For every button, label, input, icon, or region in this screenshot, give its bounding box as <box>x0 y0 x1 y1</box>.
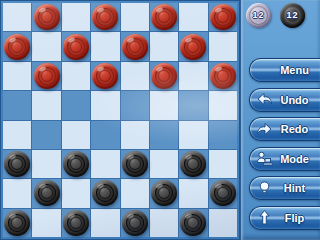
hint-button-label: Hint <box>273 182 320 194</box>
square-r3c7[interactable] <box>179 62 207 90</box>
button-stack: Menu Undo Redo <box>241 58 320 230</box>
square-r7c3[interactable] <box>62 179 90 207</box>
square-r1c3[interactable] <box>62 3 90 31</box>
square-r4c4[interactable] <box>91 91 119 119</box>
square-r6c4[interactable] <box>91 150 119 178</box>
square-r4c8[interactable] <box>209 91 237 119</box>
square-r5c5[interactable] <box>121 121 149 149</box>
square-r3c3[interactable] <box>62 62 90 90</box>
black-piece[interactable] <box>92 180 118 206</box>
square-r3c6[interactable] <box>150 62 178 90</box>
red-piece[interactable] <box>180 34 206 60</box>
square-r8c4[interactable] <box>91 209 119 237</box>
piece-counters: 12 12 <box>246 3 320 28</box>
square-r8c2[interactable] <box>32 209 60 237</box>
black-piece[interactable] <box>4 210 30 236</box>
square-r2c1[interactable] <box>3 32 31 60</box>
square-r5c6[interactable] <box>150 121 178 149</box>
square-r1c2[interactable] <box>32 3 60 31</box>
square-r6c2[interactable] <box>32 150 60 178</box>
square-r8c7[interactable] <box>179 209 207 237</box>
square-r4c2[interactable] <box>32 91 60 119</box>
flip-button-label: Flip <box>273 212 320 224</box>
square-r1c7[interactable] <box>179 3 207 31</box>
hint-button[interactable]: Hint <box>249 176 320 200</box>
square-r7c2[interactable] <box>32 179 60 207</box>
square-r8c3[interactable] <box>62 209 90 237</box>
square-r7c6[interactable] <box>150 179 178 207</box>
square-r6c1[interactable] <box>3 150 31 178</box>
square-r1c1[interactable] <box>3 3 31 31</box>
red-piece[interactable] <box>210 63 236 89</box>
player-vs-computer-icon <box>256 150 273 167</box>
square-r2c6[interactable] <box>150 32 178 60</box>
checkers-app: 12 12 Menu Undo <box>0 0 320 240</box>
redo-button-label: Redo <box>273 123 320 135</box>
square-r3c8[interactable] <box>209 62 237 90</box>
lightbulb-icon <box>256 180 273 197</box>
black-piece[interactable] <box>63 151 89 177</box>
red-piece[interactable] <box>34 63 60 89</box>
square-r2c7[interactable] <box>179 32 207 60</box>
square-r6c3[interactable] <box>62 150 90 178</box>
square-r6c7[interactable] <box>179 150 207 178</box>
square-r4c3[interactable] <box>62 91 90 119</box>
red-piece[interactable] <box>151 63 177 89</box>
black-piece[interactable] <box>63 210 89 236</box>
undo-button[interactable]: Undo <box>249 88 320 112</box>
up-arrow-icon <box>256 209 273 226</box>
red-piece[interactable] <box>122 34 148 60</box>
red-piece[interactable] <box>210 4 236 30</box>
square-r5c2[interactable] <box>32 121 60 149</box>
square-r8c5[interactable] <box>121 209 149 237</box>
black-counter-value: 12 <box>280 3 305 28</box>
square-r3c5[interactable] <box>121 62 149 90</box>
square-r6c8[interactable] <box>209 150 237 178</box>
square-r3c1[interactable] <box>3 62 31 90</box>
square-r4c7[interactable] <box>179 91 207 119</box>
black-piece[interactable] <box>34 180 60 206</box>
menu-icon-spacer <box>256 62 273 79</box>
square-r8c1[interactable] <box>3 209 31 237</box>
square-r7c1[interactable] <box>3 179 31 207</box>
square-r2c3[interactable] <box>62 32 90 60</box>
square-r2c2[interactable] <box>32 32 60 60</box>
board-frame <box>0 0 240 240</box>
square-r2c5[interactable] <box>121 32 149 60</box>
square-r3c4[interactable] <box>91 62 119 90</box>
menu-button[interactable]: Menu <box>249 58 320 82</box>
undo-arrow-icon <box>256 91 273 108</box>
redo-button[interactable]: Redo <box>249 117 320 141</box>
square-r1c5[interactable] <box>121 3 149 31</box>
square-r6c5[interactable] <box>121 150 149 178</box>
mode-button-label: Mode <box>273 153 320 165</box>
black-piece[interactable] <box>151 180 177 206</box>
square-r7c5[interactable] <box>121 179 149 207</box>
square-r5c8[interactable] <box>209 121 237 149</box>
square-r8c6[interactable] <box>150 209 178 237</box>
square-r1c6[interactable] <box>150 3 178 31</box>
black-piece[interactable] <box>122 210 148 236</box>
black-piece[interactable] <box>180 151 206 177</box>
square-r7c4[interactable] <box>91 179 119 207</box>
square-r2c4[interactable] <box>91 32 119 60</box>
side-panel: 12 12 Menu Undo <box>240 0 320 240</box>
square-r7c8[interactable] <box>209 179 237 207</box>
red-piece[interactable] <box>34 4 60 30</box>
black-piece[interactable] <box>210 180 236 206</box>
square-r5c7[interactable] <box>179 121 207 149</box>
board[interactable] <box>3 3 237 237</box>
square-r3c2[interactable] <box>32 62 60 90</box>
red-piece[interactable] <box>151 4 177 30</box>
red-piece[interactable] <box>4 34 30 60</box>
red-piece[interactable] <box>92 63 118 89</box>
square-r4c1[interactable] <box>3 91 31 119</box>
gray-piece-counter: 12 <box>246 3 271 28</box>
square-r4c5[interactable] <box>121 91 149 119</box>
gray-counter-value: 12 <box>246 3 271 28</box>
menu-button-label: Menu <box>273 64 320 76</box>
flip-button[interactable]: Flip <box>249 206 320 230</box>
square-r1c4[interactable] <box>91 3 119 31</box>
black-piece[interactable] <box>122 151 148 177</box>
square-r2c8[interactable] <box>209 32 237 60</box>
black-piece[interactable] <box>4 151 30 177</box>
square-r1c8[interactable] <box>209 3 237 31</box>
square-r5c4[interactable] <box>91 121 119 149</box>
square-r4c6[interactable] <box>150 91 178 119</box>
square-r6c6[interactable] <box>150 150 178 178</box>
square-r7c7[interactable] <box>179 179 207 207</box>
black-piece-counter: 12 <box>280 3 305 28</box>
black-piece[interactable] <box>180 210 206 236</box>
redo-arrow-icon <box>256 121 273 138</box>
square-r5c3[interactable] <box>62 121 90 149</box>
red-piece[interactable] <box>63 34 89 60</box>
square-r8c8[interactable] <box>209 209 237 237</box>
square-r5c1[interactable] <box>3 121 31 149</box>
undo-button-label: Undo <box>273 94 320 106</box>
red-piece[interactable] <box>92 4 118 30</box>
mode-button[interactable]: Mode <box>249 147 320 171</box>
